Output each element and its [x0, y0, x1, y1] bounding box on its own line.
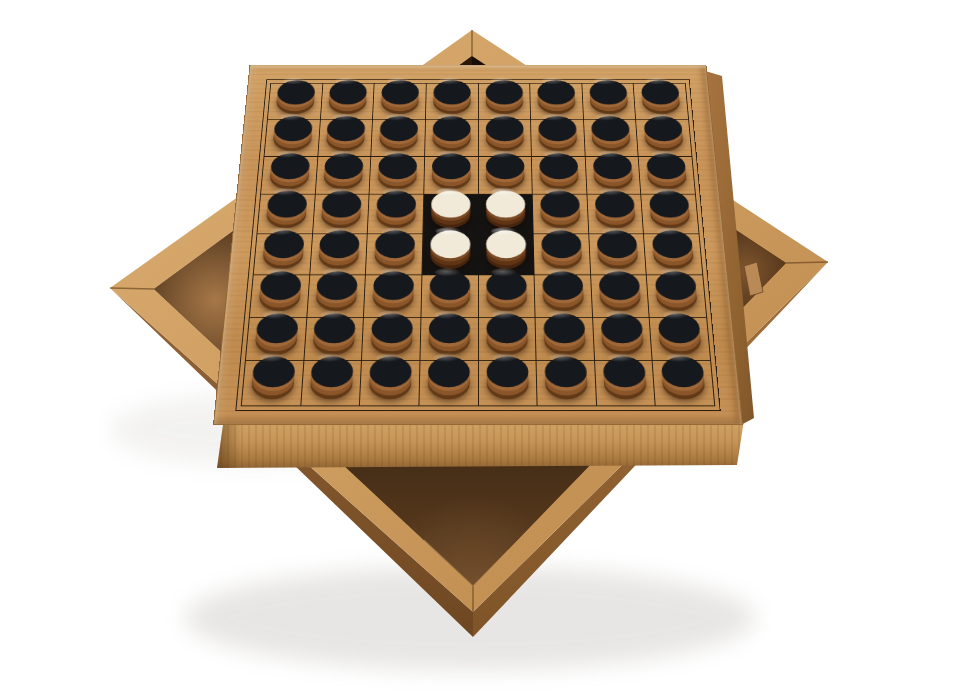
peg-black[interactable]: ● [301, 349, 362, 404]
board-grid: ●●●●●●●●●●●●●●●●●●●●●●●●●●●●●●●●●●●●●●●●… [241, 83, 716, 406]
cell-h8[interactable]: ● [653, 361, 715, 406]
peg-black[interactable]: ● [360, 349, 419, 404]
cell-b8[interactable]: ● [301, 361, 362, 406]
peg-black[interactable]: ● [594, 349, 655, 404]
cell-d8[interactable]: ● [419, 361, 478, 406]
product-photo-scene: ●●●●●●●●●●●●●●●●●●●●●●●●●●●●●●●●●●●●●●●●… [0, 0, 960, 691]
peg-black[interactable]: ● [242, 349, 304, 404]
cell-g8[interactable]: ● [595, 361, 656, 406]
cell-e8[interactable]: ● [478, 361, 537, 406]
peg-black[interactable]: ● [419, 349, 477, 404]
cell-a8[interactable]: ● [242, 361, 304, 406]
game-board: ●●●●●●●●●●●●●●●●●●●●●●●●●●●●●●●●●●●●●●●●… [213, 65, 743, 425]
board-outer-frame-line: ●●●●●●●●●●●●●●●●●●●●●●●●●●●●●●●●●●●●●●●●… [235, 79, 720, 411]
peg-black[interactable]: ● [478, 349, 536, 404]
cell-c8[interactable]: ● [360, 361, 420, 406]
board-front-edge [213, 420, 745, 469]
peg-black[interactable]: ● [536, 349, 595, 404]
cell-f8[interactable]: ● [537, 361, 597, 406]
peg-black[interactable]: ● [652, 349, 714, 404]
